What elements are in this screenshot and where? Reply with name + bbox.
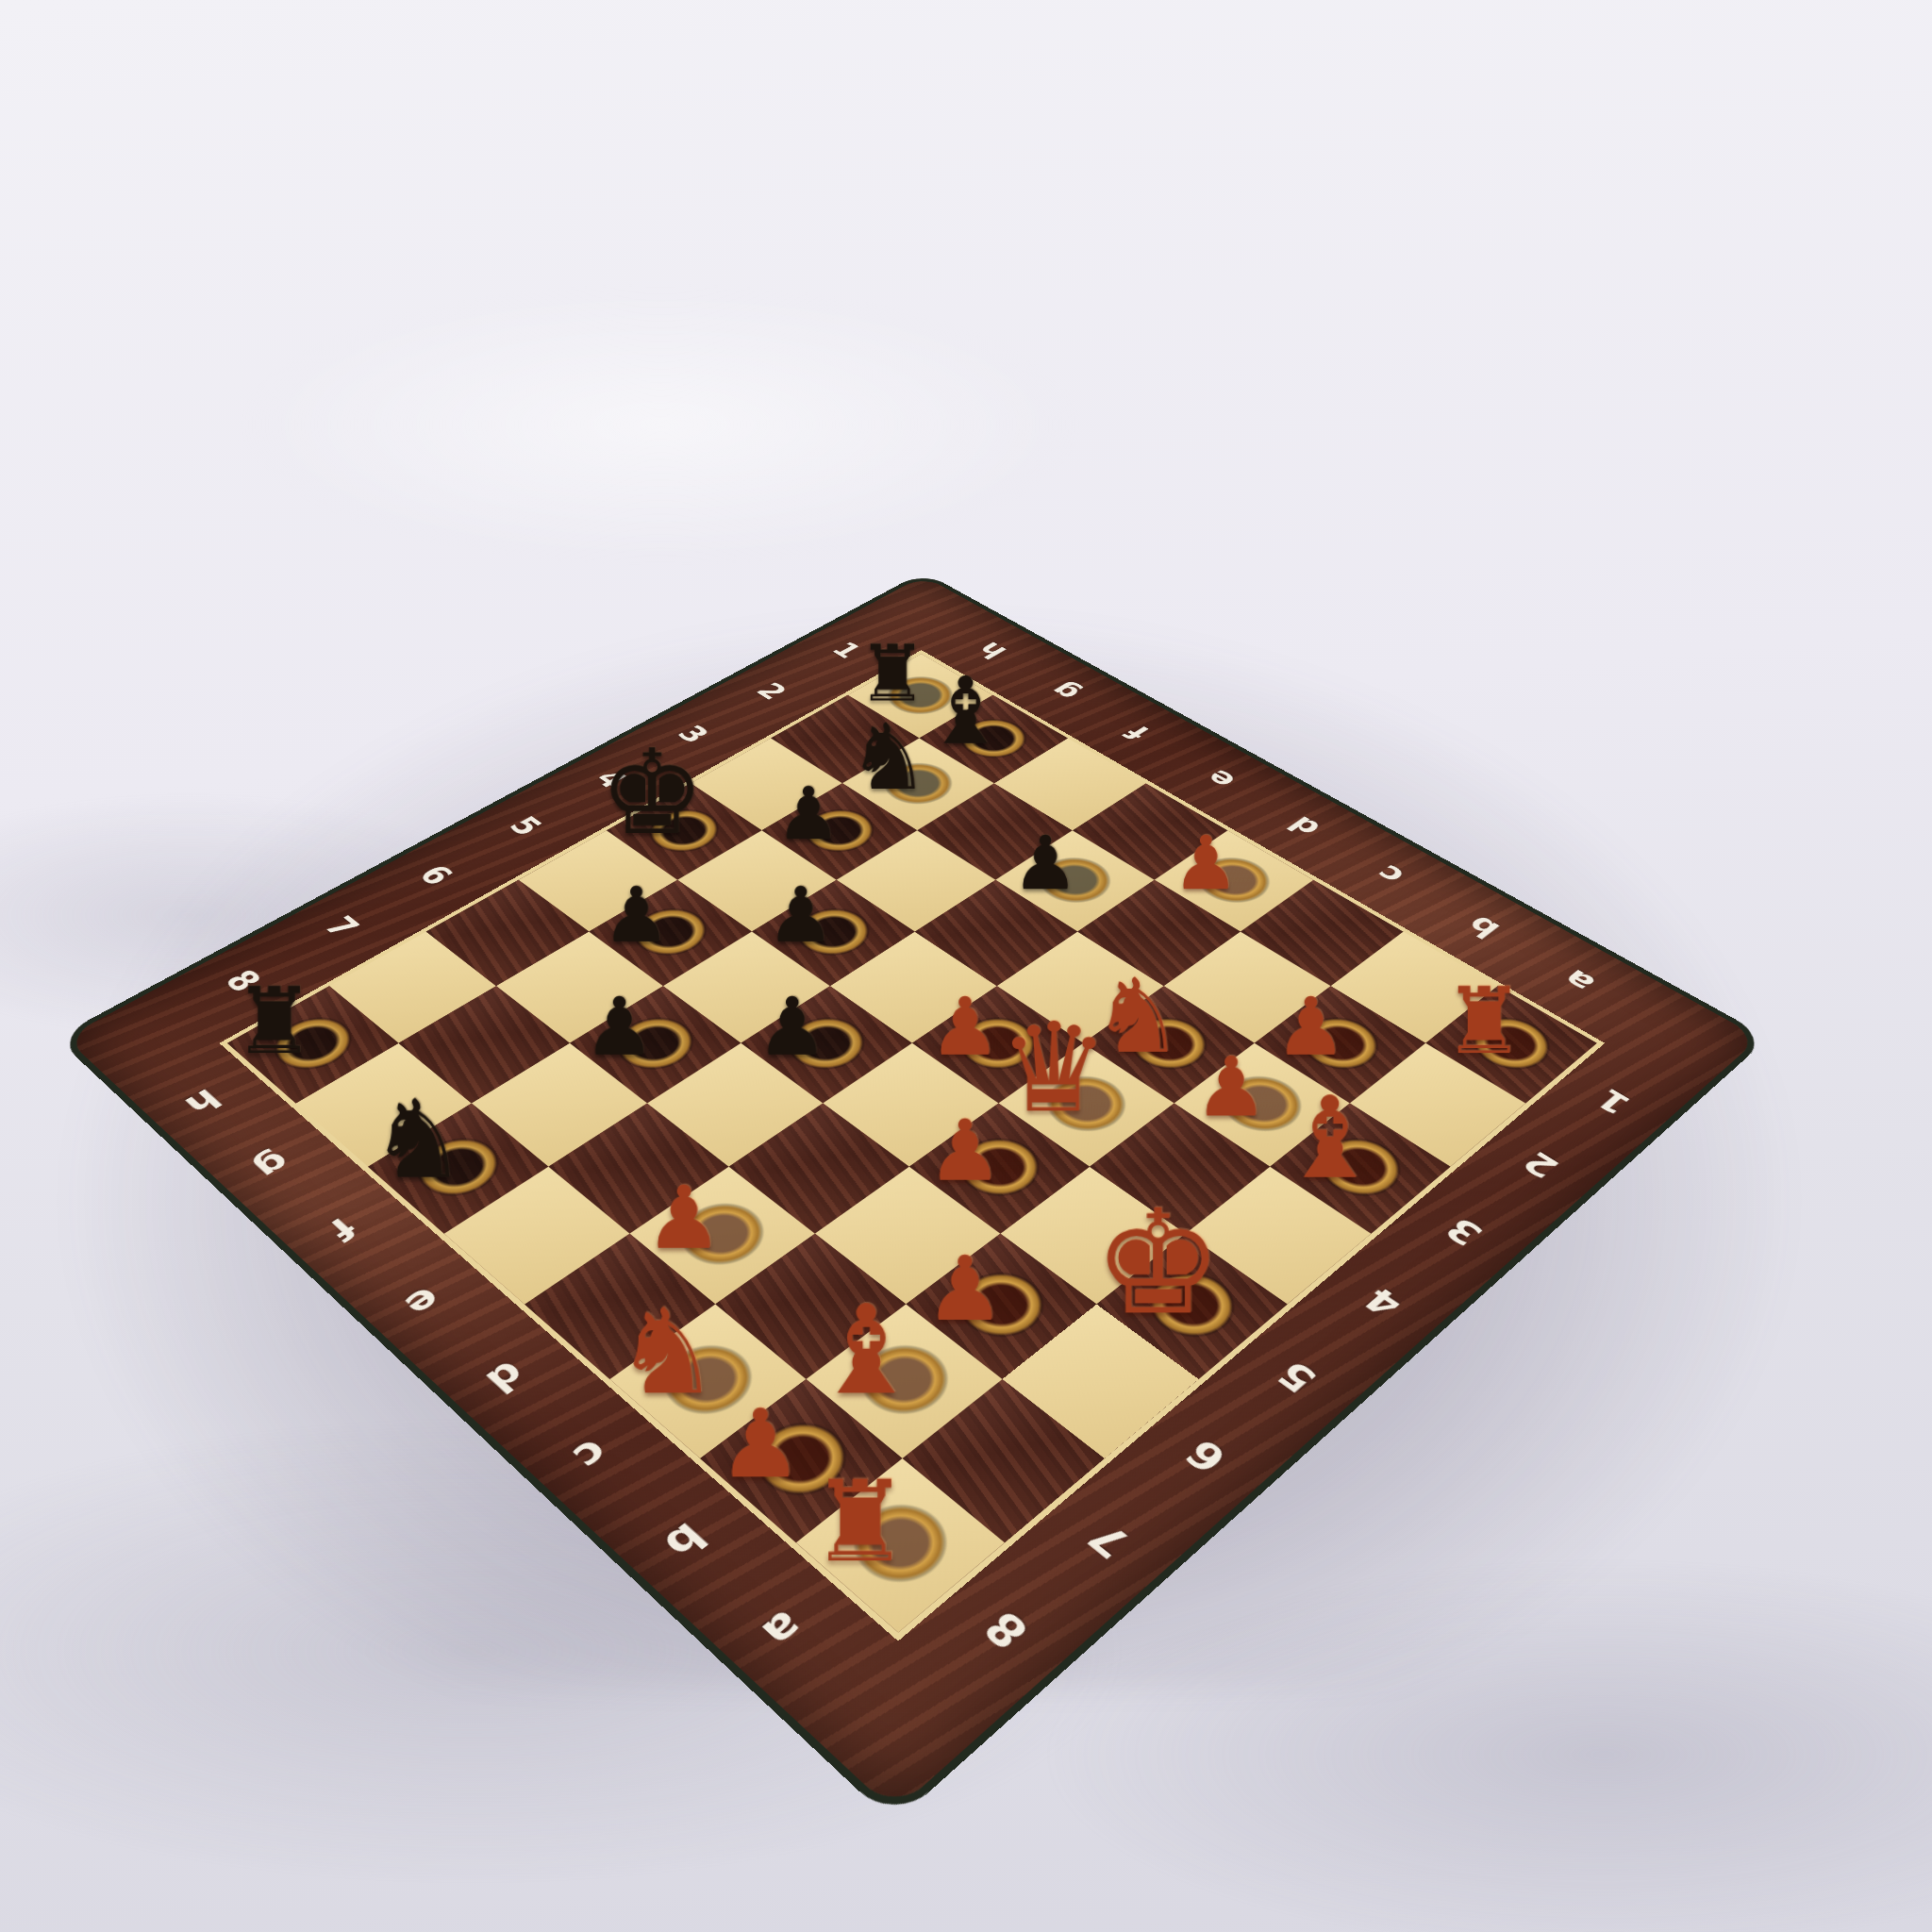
square-a7[interactable]: [903, 1379, 1105, 1542]
ebony-rook-h8[interactable]: ♜: [233, 978, 315, 1065]
file-label-bottom-g: g: [246, 1145, 299, 1186]
rank-label-left-5: 5: [501, 811, 550, 841]
red-pawn-d4[interactable]: ♟: [929, 990, 1001, 1066]
ebony-pawn-g5[interactable]: ♟: [602, 879, 670, 952]
ebony-pawn-f4[interactable]: ♟: [767, 879, 835, 952]
file-label-bottom-h: h: [177, 1083, 228, 1121]
ebony-king-h4[interactable]: ♚: [599, 737, 705, 849]
file-label-top-c: c: [1368, 860, 1412, 890]
red-pawn-c5[interactable]: ♟: [927, 1111, 1003, 1191]
ebony-rook-h1[interactable]: ♜: [858, 638, 927, 711]
rank-label-right-3: 3: [1437, 1210, 1491, 1252]
rank-label-right-1: 1: [1588, 1083, 1639, 1121]
red-knight-c8[interactable]: ♞: [614, 1296, 721, 1408]
red-rook-a8[interactable]: ♜: [809, 1470, 909, 1576]
file-label-bottom-d: d: [476, 1354, 535, 1401]
red-king-a5[interactable]: ♚: [1093, 1194, 1224, 1332]
red-bishop-b7[interactable]: ♝: [810, 1292, 921, 1409]
ebony-pawn-e2[interactable]: ♟: [1012, 828, 1079, 899]
ebony-pawn-f6[interactable]: ♟: [584, 990, 656, 1066]
rank-label-right-6: 6: [1175, 1431, 1236, 1481]
rank-label-right-8: 8: [974, 1602, 1039, 1658]
file-label-bottom-c: c: [563, 1431, 620, 1478]
rank-label-right-4: 4: [1355, 1280, 1411, 1324]
file-label-top-g: g: [1042, 678, 1087, 705]
red-pawn-d1[interactable]: ♟: [1173, 828, 1240, 899]
rank-label-right-7: 7: [1078, 1514, 1141, 1567]
red-bishop-a3[interactable]: ♝: [1279, 1085, 1380, 1192]
photo-backdrop: ♜♝♟♜♞♟♟♟♞♟♝♚♟♟♛♟♟♟♚♟♟♟♝♜♞♞♟♜ 11hh22gg33f…: [0, 0, 1932, 1932]
file-label-bottom-e: e: [395, 1280, 451, 1324]
file-label-bottom-b: b: [654, 1514, 717, 1568]
red-pawn-d7[interactable]: ♟: [645, 1177, 724, 1260]
red-queen-c4[interactable]: ♛: [998, 1009, 1108, 1126]
file-label-top-b: b: [1459, 910, 1507, 943]
red-pawn-b2[interactable]: ♟: [1274, 990, 1346, 1066]
red-pawn-b3[interactable]: ♟: [1194, 1049, 1268, 1127]
ebony-pawn-e5[interactable]: ♟: [757, 990, 828, 1066]
rank-label-right-2: 2: [1514, 1145, 1567, 1185]
red-rook-a1[interactable]: ♜: [1442, 978, 1524, 1065]
rank-label-left-6: 6: [410, 860, 460, 891]
rank-label-left-7: 7: [316, 910, 368, 942]
rank-label-left-2: 2: [749, 678, 794, 704]
rank-label-right-5: 5: [1268, 1354, 1326, 1401]
file-label-top-d: d: [1281, 811, 1328, 841]
ebony-knight-f8[interactable]: ♞: [370, 1089, 467, 1191]
file-label-top-e: e: [1198, 765, 1243, 792]
file-label-top-a: a: [1555, 964, 1603, 998]
ebony-knight-g2[interactable]: ♞: [848, 714, 930, 801]
ebony-pawn-g3[interactable]: ♟: [776, 780, 841, 849]
ebony-bishop-g1[interactable]: ♝: [924, 667, 1007, 755]
red-pawn-b6[interactable]: ♟: [925, 1247, 1006, 1332]
file-label-bottom-f: f: [320, 1210, 364, 1246]
red-pawn-b8[interactable]: ♟: [718, 1400, 803, 1491]
file-label-bottom-a: a: [751, 1602, 815, 1657]
file-label-top-f: f: [1119, 721, 1157, 743]
